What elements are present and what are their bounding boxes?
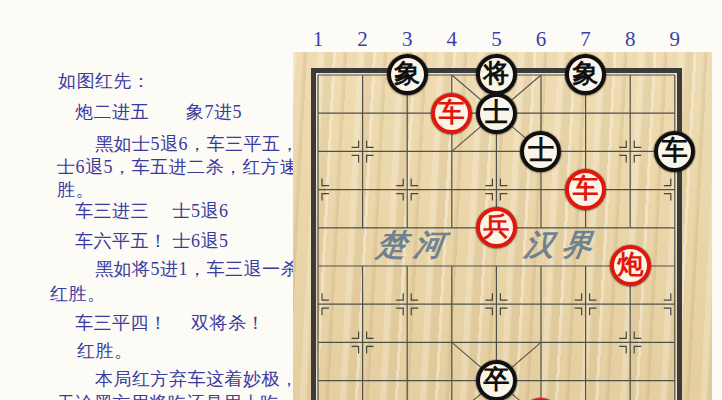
piece-black-chariot[interactable]: 车 [654, 131, 695, 172]
annotation-line: 红胜。 [77, 340, 133, 362]
annotation-line: 黑如士5退6，车三平五， [95, 133, 299, 155]
piece-red-chariot[interactable]: 车 [431, 93, 472, 134]
piece-red-soldier[interactable]: 兵 [476, 207, 517, 248]
xiangqi-board: 楚 河 汉 界 象将象车士士车车兵炮卒帅 [293, 52, 712, 400]
annotation-line: 黑如将5进1，车三退一杀！ [95, 258, 318, 280]
column-label-5: 5 [478, 27, 514, 52]
column-label-1: 1 [300, 27, 336, 52]
annotation-line: 胜。 [57, 179, 94, 201]
column-label-4: 4 [434, 27, 470, 52]
annotation-line: 红胜。 [50, 283, 106, 305]
piece-red-cannon[interactable]: 炮 [610, 245, 651, 286]
column-label-6: 6 [523, 27, 559, 52]
annotation-line: 炮二进五 象7进5 [75, 101, 242, 123]
piece-red-chariot[interactable]: 车 [565, 169, 606, 210]
piece-black-advisor[interactable]: 士 [520, 131, 561, 172]
piece-black-advisor[interactable]: 士 [476, 93, 517, 134]
piece-black-elephant[interactable]: 象 [565, 54, 606, 95]
piece-black-general[interactable]: 将 [476, 54, 517, 95]
annotation-line: 本局红方弃车这着妙极， [95, 368, 299, 390]
annotation-line: 车六平五！ 士6退5 [75, 230, 229, 252]
annotation-line: 车三进三 士5退6 [75, 200, 229, 222]
annotation-line: 无论黑方用将吃还是用士吃 [57, 392, 279, 400]
piece-black-elephant[interactable]: 象 [387, 54, 428, 95]
annotation-line: 如图红先： [58, 70, 151, 92]
annotation-line: 车三平四！ 双将杀！ [75, 312, 265, 334]
annotation-line: 士6退5，车五进二杀，红方速 [57, 156, 298, 178]
column-label-2: 2 [345, 27, 381, 52]
xiangqi-lesson-page: { "game": "xiangqi", "to_move": "red", "… [0, 0, 722, 400]
column-label-3: 3 [389, 27, 425, 52]
pieces-layer: 象将象车士士车车兵炮卒帅 [296, 56, 697, 400]
column-label-8: 8 [612, 27, 648, 52]
piece-black-soldier[interactable]: 卒 [476, 360, 517, 400]
column-label-9: 9 [657, 27, 693, 52]
column-label-7: 7 [568, 27, 604, 52]
